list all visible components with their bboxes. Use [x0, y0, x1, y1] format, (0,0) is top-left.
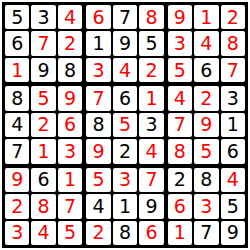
cell-r7c7[interactable]: 2	[168, 168, 192, 192]
cell-r8c8[interactable]: 3	[194, 194, 218, 218]
cell-r8c5[interactable]: 1	[113, 194, 137, 218]
cell-r8c2[interactable]: 8	[31, 194, 55, 218]
cell-r9c2[interactable]: 4	[31, 221, 55, 245]
cell-r5c9[interactable]: 1	[221, 113, 245, 137]
cell-r5c7[interactable]: 7	[168, 113, 192, 137]
cell-r2c3[interactable]: 2	[58, 31, 82, 55]
cell-r4c7[interactable]: 4	[168, 86, 192, 110]
cell-r7c3[interactable]: 1	[58, 168, 82, 192]
cell-r6c2[interactable]: 1	[31, 139, 55, 163]
cell-r4c2[interactable]: 5	[31, 86, 55, 110]
cell-r1c9[interactable]: 2	[221, 5, 245, 29]
cell-r7c1[interactable]: 9	[5, 168, 29, 192]
cell-r9c9[interactable]: 9	[221, 221, 245, 245]
box-1: 534672198	[5, 5, 82, 82]
cell-r3c5[interactable]: 4	[113, 58, 137, 82]
cell-r4c3[interactable]: 9	[58, 86, 82, 110]
cell-r5c2[interactable]: 2	[31, 113, 55, 137]
box-7: 961287345	[5, 168, 82, 245]
cell-r8c3[interactable]: 7	[58, 194, 82, 218]
cell-r9c4[interactable]: 2	[86, 221, 110, 245]
box-3: 912348567	[168, 5, 245, 82]
box-8: 537419286	[86, 168, 163, 245]
cell-r9c7[interactable]: 1	[168, 221, 192, 245]
cell-r1c6[interactable]: 8	[139, 5, 163, 29]
cell-r2c4[interactable]: 1	[86, 31, 110, 55]
cell-r1c1[interactable]: 5	[5, 5, 29, 29]
cell-r1c2[interactable]: 3	[31, 5, 55, 29]
cell-r3c8[interactable]: 6	[194, 58, 218, 82]
cell-r4c6[interactable]: 1	[139, 86, 163, 110]
cell-r4c1[interactable]: 8	[5, 86, 29, 110]
cell-r2c7[interactable]: 3	[168, 31, 192, 55]
cell-r2c5[interactable]: 9	[113, 31, 137, 55]
cell-r8c1[interactable]: 2	[5, 194, 29, 218]
cell-r7c4[interactable]: 5	[86, 168, 110, 192]
cell-r7c5[interactable]: 3	[113, 168, 137, 192]
sudoku-board: 5346721986781953429123485678594267137618…	[0, 0, 250, 250]
cell-r3c1[interactable]: 1	[5, 58, 29, 82]
cell-r1c3[interactable]: 4	[58, 5, 82, 29]
cell-r7c6[interactable]: 7	[139, 168, 163, 192]
cell-r2c8[interactable]: 4	[194, 31, 218, 55]
cell-r6c1[interactable]: 7	[5, 139, 29, 163]
box-5: 761853924	[86, 86, 163, 163]
cell-r2c2[interactable]: 7	[31, 31, 55, 55]
cell-r7c9[interactable]: 4	[221, 168, 245, 192]
cell-r9c3[interactable]: 5	[58, 221, 82, 245]
cell-r6c9[interactable]: 6	[221, 139, 245, 163]
cell-r2c9[interactable]: 8	[221, 31, 245, 55]
box-9: 284635179	[168, 168, 245, 245]
sudoku-diagram: 5346721986781953429123485678594267137618…	[0, 0, 250, 250]
cell-r8c9[interactable]: 5	[221, 194, 245, 218]
box-2: 678195342	[86, 5, 163, 82]
cell-r6c6[interactable]: 4	[139, 139, 163, 163]
cell-r4c5[interactable]: 6	[113, 86, 137, 110]
cell-r3c3[interactable]: 8	[58, 58, 82, 82]
cell-r6c7[interactable]: 8	[168, 139, 192, 163]
cell-r8c4[interactable]: 4	[86, 194, 110, 218]
cell-r3c2[interactable]: 9	[31, 58, 55, 82]
cell-r8c6[interactable]: 9	[139, 194, 163, 218]
cell-r1c5[interactable]: 7	[113, 5, 137, 29]
cell-r3c6[interactable]: 2	[139, 58, 163, 82]
cell-r5c6[interactable]: 3	[139, 113, 163, 137]
cell-r5c3[interactable]: 6	[58, 113, 82, 137]
cell-r9c5[interactable]: 8	[113, 221, 137, 245]
cell-r7c8[interactable]: 8	[194, 168, 218, 192]
cell-r2c6[interactable]: 5	[139, 31, 163, 55]
cell-r6c5[interactable]: 2	[113, 139, 137, 163]
cell-r4c9[interactable]: 3	[221, 86, 245, 110]
cell-r9c1[interactable]: 3	[5, 221, 29, 245]
cell-r5c4[interactable]: 8	[86, 113, 110, 137]
cell-r3c9[interactable]: 7	[221, 58, 245, 82]
cell-r9c8[interactable]: 7	[194, 221, 218, 245]
cell-r6c8[interactable]: 5	[194, 139, 218, 163]
cell-r5c1[interactable]: 4	[5, 113, 29, 137]
cell-r3c7[interactable]: 5	[168, 58, 192, 82]
cell-r4c4[interactable]: 7	[86, 86, 110, 110]
cell-r1c8[interactable]: 1	[194, 5, 218, 29]
box-4: 859426713	[5, 86, 82, 163]
cell-r6c4[interactable]: 9	[86, 139, 110, 163]
cell-r1c7[interactable]: 9	[168, 5, 192, 29]
cell-r1c4[interactable]: 6	[86, 5, 110, 29]
cell-r2c1[interactable]: 6	[5, 31, 29, 55]
cell-r5c8[interactable]: 9	[194, 113, 218, 137]
cell-r5c5[interactable]: 5	[113, 113, 137, 137]
cell-r3c4[interactable]: 3	[86, 58, 110, 82]
box-6: 423791856	[168, 86, 245, 163]
cell-r9c6[interactable]: 6	[139, 221, 163, 245]
cell-r8c7[interactable]: 6	[168, 194, 192, 218]
cell-r4c8[interactable]: 2	[194, 86, 218, 110]
cell-r6c3[interactable]: 3	[58, 139, 82, 163]
cell-r7c2[interactable]: 6	[31, 168, 55, 192]
